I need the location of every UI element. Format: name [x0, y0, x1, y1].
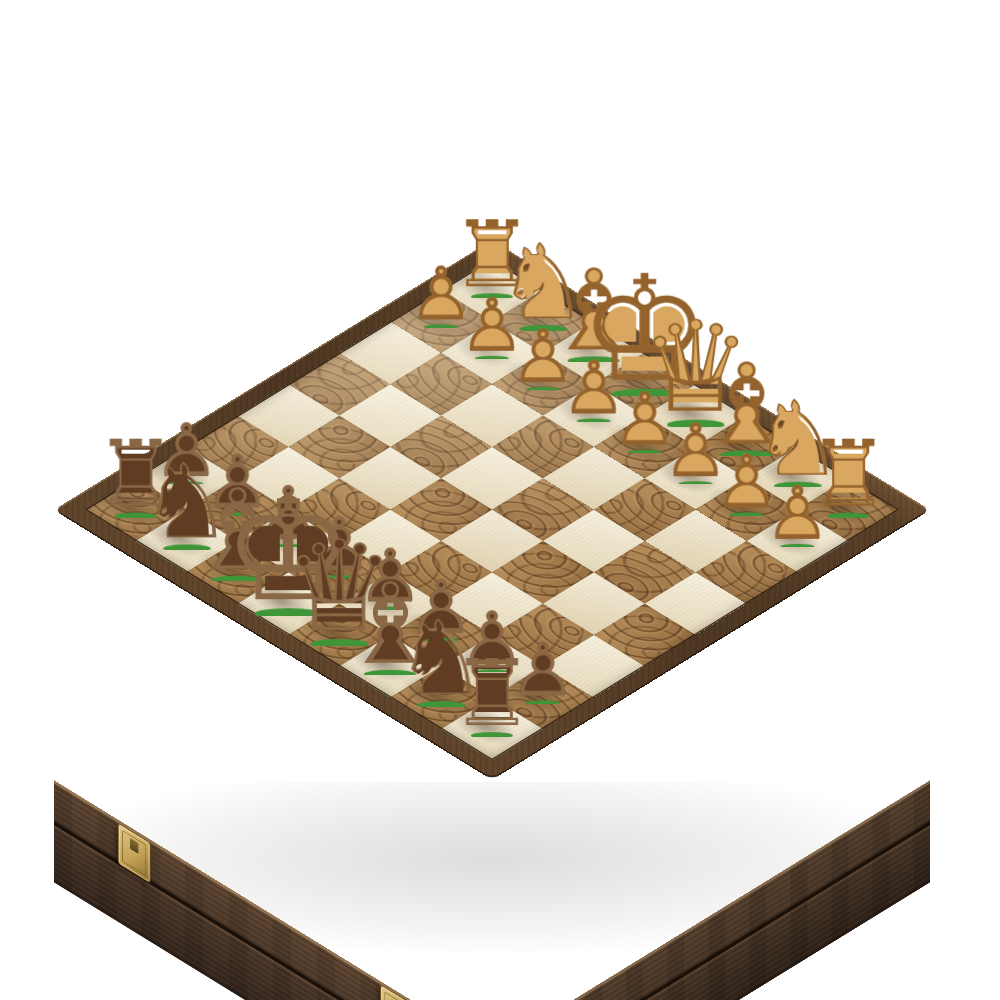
case-top-frame: ♜♖♞♘♝♗♚♔♛♕♝♗♞♘♜♖♟♙♟♙♟♙♟♙♟♙♟♙♟♙♟♙♟♙♟♙♟♙♟♙… — [54, 240, 931, 780]
piece-carving-detail: ♖ — [451, 648, 533, 740]
square-a8: ♜♖ — [441, 698, 543, 761]
brass-clasp-right — [380, 984, 413, 1000]
white-pawn-a2: ♟♙ — [764, 476, 830, 550]
chess-set-product-photo: ♜♖♞♘♝♗♚♔♛♕♝♗♞♘♜♖♟♙♟♙♟♙♟♙♟♙♟♙♟♙♟♙♟♙♟♙♟♙♟♙… — [0, 0, 1000, 1000]
piece-carving-detail: ♙ — [764, 476, 830, 550]
playing-surface: ♜♖♞♘♝♗♚♔♛♕♝♗♞♘♜♖♟♙♟♙♟♙♟♙♟♙♟♙♟♙♟♙♟♙♟♙♟♙♟♙… — [85, 259, 900, 761]
black-rook-a8: ♜♖ — [451, 648, 533, 740]
